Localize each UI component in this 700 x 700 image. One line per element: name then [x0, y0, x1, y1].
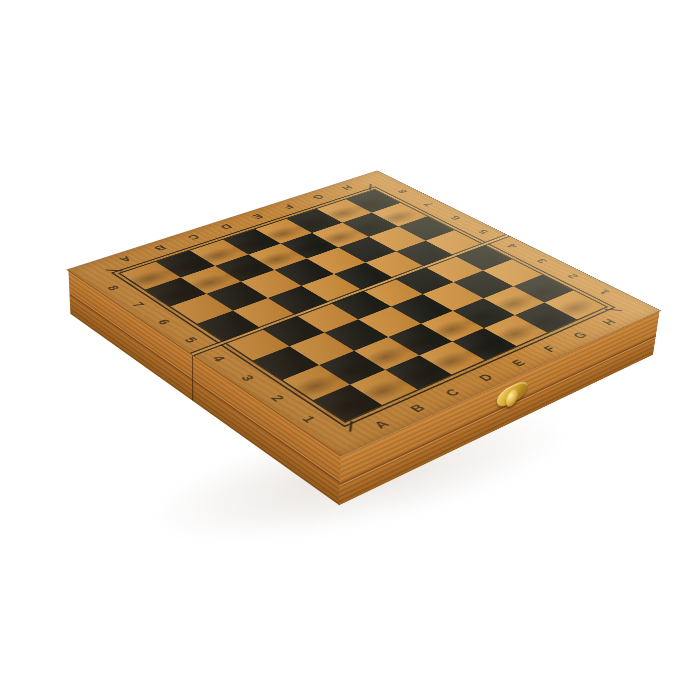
square-c5 [268, 286, 330, 315]
square-a5 [197, 311, 261, 342]
frame-corner-diagonal [605, 309, 622, 311]
square-a6 [171, 294, 233, 324]
black-pawn-glyph: ♟ [151, 240, 203, 297]
square-b6 [206, 282, 267, 311]
product-photo-scene: ABCDEFGH ABCDEFGH 87654321 87654321 ♜♞♝♛… [0, 0, 700, 700]
frame-corner-diagonal [349, 421, 353, 432]
box-fold-seam [192, 354, 193, 401]
square-b5 [233, 298, 296, 328]
square-a4 [225, 328, 290, 360]
perspective-wrapper: ABCDEFGH ABCDEFGH 87654321 87654321 ♜♞♝♛… [0, 0, 700, 700]
chess-box: ABCDEFGH ABCDEFGH 87654321 87654321 ♜♞♝♛… [68, 171, 660, 456]
white-rook-glyph: ♜ [317, 338, 381, 409]
